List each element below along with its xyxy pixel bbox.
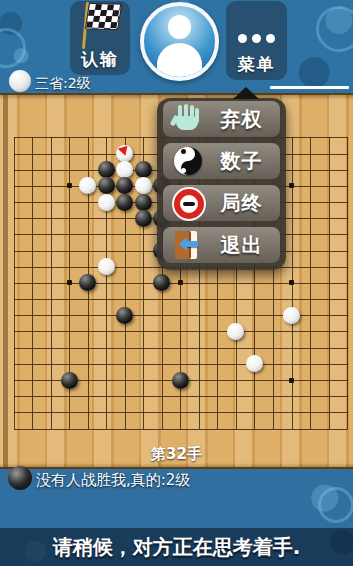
checkered-flag-icon <box>77 1 123 47</box>
door-exit-icon <box>169 229 207 261</box>
menu-item-label: 弃权 <box>207 106 276 133</box>
stone-black <box>61 372 78 389</box>
status-message: 请稍候，对方正在思考着手. <box>53 534 301 561</box>
opponent-name-rank: 三省:2级 <box>35 75 91 93</box>
stone-white <box>98 194 115 211</box>
white-stone-icon <box>9 70 31 92</box>
stone-black <box>98 161 115 178</box>
menu-item-label: 局终 <box>207 190 276 217</box>
stone-black <box>135 210 152 227</box>
star-point <box>289 183 294 188</box>
stone-white <box>116 161 133 178</box>
status-bar: 请稍候，对方正在思考着手. <box>0 528 353 566</box>
board-edge <box>3 93 8 469</box>
stone-black <box>135 194 152 211</box>
top-bar: 认输 菜单 三省:2级 <box>0 0 353 93</box>
decor-swirl <box>316 6 353 52</box>
hand-icon <box>169 103 207 135</box>
stone-black <box>98 177 115 194</box>
menu-item-count[interactable]: 数子 <box>163 143 280 179</box>
no-entry-icon <box>169 187 207 219</box>
stone-black <box>172 372 189 389</box>
stone-black <box>116 177 133 194</box>
stone-white <box>135 177 152 194</box>
stone-black <box>79 274 96 291</box>
resign-button[interactable]: 认输 <box>70 1 130 75</box>
stone-black <box>116 307 133 324</box>
menu-button[interactable]: 菜单 <box>226 1 287 80</box>
star-point <box>67 280 72 285</box>
menu-item-exit[interactable]: 退出 <box>163 227 280 263</box>
decor-swirl <box>318 487 353 523</box>
stone-white <box>116 145 133 162</box>
last-move-marker <box>118 146 130 158</box>
stone-white <box>98 258 115 275</box>
header-underline <box>270 86 349 89</box>
menu-item-pass[interactable]: 弃权 <box>163 101 280 137</box>
stone-black <box>135 161 152 178</box>
stone-black <box>116 194 133 211</box>
menu-item-endgame[interactable]: 局终 <box>163 185 280 221</box>
decor-swirl <box>0 28 26 68</box>
stone-white <box>227 323 244 340</box>
popup-pointer <box>233 87 259 99</box>
stone-white <box>79 177 96 194</box>
move-number-label: 第32手 <box>0 445 353 464</box>
menu-label: 菜单 <box>238 53 276 80</box>
player-name-rank: 没有人战胜我,真的:2级 <box>36 471 190 490</box>
popup-menu: 弃权 数子 局终 退出 <box>157 98 286 270</box>
menu-item-label: 退出 <box>207 232 276 259</box>
yinyang-icon <box>169 145 207 177</box>
stone-white <box>283 307 300 324</box>
person-icon <box>168 15 191 39</box>
black-stone-icon <box>8 466 32 490</box>
menu-dots-icon <box>238 34 275 43</box>
star-point <box>289 378 294 383</box>
resign-label: 认输 <box>81 48 119 75</box>
menu-item-label: 数子 <box>207 148 276 175</box>
avatar[interactable] <box>140 2 219 81</box>
star-point <box>67 183 72 188</box>
stone-black <box>153 274 170 291</box>
star-point <box>289 280 294 285</box>
star-point <box>178 280 183 285</box>
stone-white <box>246 355 263 372</box>
